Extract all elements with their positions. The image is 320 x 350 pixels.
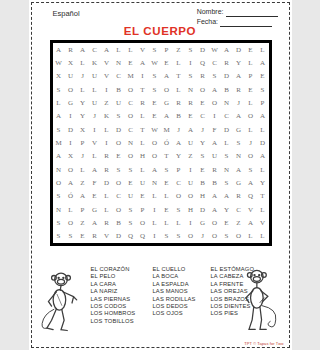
grid-cell: L [245,123,257,136]
grid-cell: L [221,136,233,149]
grid-cell: A [89,216,101,229]
grid-cell: J [233,96,245,109]
grid-cell: P [257,96,269,109]
grid-cell: S [53,216,65,229]
grid-cell: O [185,230,197,243]
grid-cell: E [257,70,269,83]
grid-cell: A [53,43,65,56]
grid-cell: G [233,123,245,136]
grid-cell: L [101,190,113,203]
word-search-grid: ARACALLVSPZSDWADELWXLKVNEAWELIQCRYLAXUJU… [53,43,269,243]
grid-cell: L [77,163,89,176]
grid-cell: G [161,96,173,109]
grid-cell: X [53,70,65,83]
grid-cell: E [245,43,257,56]
word-list-item: EL CUELLO [153,266,196,273]
grid-cell: B [197,176,209,189]
grid-cell: L [173,56,185,69]
grid-cell: D [197,203,209,216]
grid-cell: Ó [161,136,173,149]
word-list-item: LOS TOBILLOS [91,318,136,325]
grid-cell: O [173,190,185,203]
grid-cell: B [113,216,125,229]
grid-cell: I [65,136,77,149]
grid-cell: R [185,96,197,109]
grid-cell: U [89,70,101,83]
word-list-item: LA NARIZ [91,288,136,295]
grid-cell: N [221,163,233,176]
grid-cell: P [173,163,185,176]
grid-cell: A [209,203,221,216]
grid-cell: C [221,110,233,123]
grid-cell: T [137,83,149,96]
grid-cell: Q [137,230,149,243]
grid-cell: B [113,83,125,96]
grid-cell: Y [77,96,89,109]
grid-cell: I [101,83,113,96]
grid-cell: C [125,96,137,109]
grid-cell: M [53,136,65,149]
grid-cell: D [113,230,125,243]
grid-cell: S [221,176,233,189]
word-list-item: LA BOCA [153,273,196,280]
grid-cell: F [89,176,101,189]
grid-cell: A [149,163,161,176]
grid-cell: P [77,203,89,216]
grid-cell: N [185,83,197,96]
grid-cell: E [197,163,209,176]
grid-cell: Z [233,216,245,229]
grid-cell: G [65,96,77,109]
grid-cell: Ó [65,190,77,203]
grid-cell: H [197,190,209,203]
grid-cell: S [161,163,173,176]
grid-cell: Z [185,150,197,163]
grid-cell: P [77,136,89,149]
grid-cell: O [113,203,125,216]
word-list-item: LAS RODILLAS [153,296,196,303]
grid-cell: L [245,56,257,69]
grid-cell: A [245,216,257,229]
grid-cell: U [89,96,101,109]
grid-cell: O [197,83,209,96]
grid-cell: L [257,43,269,56]
grid-cell: A [77,43,89,56]
grid-cell: O [125,83,137,96]
grid-cell: I [101,136,113,149]
grid-cell: A [209,83,221,96]
grid-cell: O [65,216,77,229]
monkey-right-illustration [236,268,284,334]
grid-cell: R [137,96,149,109]
word-list-column-2: EL CUELLOLA BOCALA ESPALDALAS MANOSLAS R… [153,266,196,318]
grid-cell: C [197,110,209,123]
grid-cell: D [65,123,77,136]
grid-cell: V [101,70,113,83]
grid-cell: E [221,216,233,229]
grid-cell: O [149,136,161,149]
word-list-item: EL CORAZÓN [91,266,136,273]
student-info-block: Nombre: Fecha: [197,7,278,27]
grid-cell: S [65,230,77,243]
grid-cell: I [149,203,161,216]
grid-cell: K [101,110,113,123]
grid-cell: O [161,83,173,96]
puzzle-title: EL CUERPO [29,25,292,37]
grid-cell: L [53,96,65,109]
grid-cell: L [149,216,161,229]
grid-cell: J [173,123,185,136]
grid-cell: L [173,216,185,229]
grid-cell: L [137,110,149,123]
word-list-item: LAS PIERNAS [91,296,136,303]
grid-cell: O [65,83,77,96]
grid-cell: J [89,110,101,123]
grid-cell: H [185,203,197,216]
grid-cell: V [245,203,257,216]
grid-cell: R [89,230,101,243]
grid-cell: N [233,150,245,163]
grid-cell: P [137,203,149,216]
grid-cell: L [77,83,89,96]
grid-cell: L [113,43,125,56]
grid-cell: K [89,56,101,69]
grid-cell: L [245,96,257,109]
grid-cell: S [149,83,161,96]
grid-cell: O [113,176,125,189]
grid-cell: D [257,136,269,149]
grid-cell: L [101,123,113,136]
worksheet-page: Español Nombre: Fecha: EL CUERPO ARACALL… [29,0,292,350]
grid-cell: A [209,190,221,203]
grid-cell: Y [173,150,185,163]
grid-cell: R [173,96,185,109]
grid-cell: G [89,203,101,216]
grid-cell: E [197,96,209,109]
grid-cell: U [125,190,137,203]
grid-cell: Q [125,230,137,243]
grid-cell: W [209,43,221,56]
grid-cell: L [161,216,173,229]
grid-cell: S [161,230,173,243]
grid-cell: C [89,43,101,56]
word-list-item: LOS HOMBROS [91,310,136,317]
grid-cell: E [185,110,197,123]
grid-cell: F [209,123,221,136]
grid-cell: A [77,190,89,203]
grid-cell: A [161,110,173,123]
grid-cell: B [173,110,185,123]
grid-cell: E [137,190,149,203]
grid-cell: A [173,136,185,149]
grid-cell: N [149,176,161,189]
grid-cell: Q [197,56,209,69]
grid-cell: O [125,110,137,123]
grid-cell: U [185,176,197,189]
grid-cell: N [221,96,233,109]
grid-cell: E [245,83,257,96]
grid-cell: Y [257,176,269,189]
grid-cell: R [233,190,245,203]
grid-cell: O [185,190,197,203]
grid-cell: A [257,150,269,163]
grid-cell: R [101,216,113,229]
grid-cell: O [137,216,149,229]
grid-cell: I [149,230,161,243]
name-label: Nombre: [197,8,224,15]
grid-cell: V [137,43,149,56]
grid-cell: E [161,203,173,216]
grid-cell: D [101,176,113,189]
grid-cell: L [257,163,269,176]
grid-cell: V [89,136,101,149]
word-list-item: LOS DEDOS [153,303,196,310]
grid-cell: Z [101,96,113,109]
grid-cell: V [101,56,113,69]
grid-cell: R [197,70,209,83]
grid-cell: N [53,203,65,216]
grid-cell: A [101,43,113,56]
grid-cell: S [257,83,269,96]
grid-cell: S [125,216,137,229]
grid-cell: L [77,56,89,69]
grid-cell: S [53,190,65,203]
grid-cell: S [245,163,257,176]
grid-cell: J [197,230,209,243]
grid-cell: R [101,150,113,163]
subject-label: Español [53,9,80,18]
grid-cell: U [113,96,125,109]
grid-cell: S [221,150,233,163]
word-list-item: LOS CODOS [91,303,136,310]
grid-cell: S [53,230,65,243]
grid-cell: C [113,190,125,203]
grid-cell: O [209,216,221,229]
grid-cell: S [185,70,197,83]
grid-cell: J [77,150,89,163]
grid-cell: A [221,190,233,203]
grid-cell: L [125,43,137,56]
grid-cell: A [233,110,245,123]
grid-cell: A [233,70,245,83]
word-list-item: LA ESPALDA [153,281,196,288]
grid-cell: U [209,150,221,163]
grid-cell: X [77,123,89,136]
grid-cell: E [125,176,137,189]
grid-cell: I [185,56,197,69]
grid-cell: S [149,70,161,83]
grid-cell: D [197,43,209,56]
grid-cell: A [209,136,221,149]
grid-cell: T [173,70,185,83]
grid-cell: I [209,110,221,123]
grid-cell: A [89,163,101,176]
grid-cell: H [137,150,149,163]
grid-cell: O [113,136,125,149]
grid-cell: L [89,83,101,96]
grid-cell: O [125,150,137,163]
grid-cell: S [233,136,245,149]
grid-cell: P [161,43,173,56]
grid-cell: W [53,56,65,69]
grid-cell: G [233,176,245,189]
grid-cell: S [209,70,221,83]
grid-cell: S [113,110,125,123]
grid-cell: C [113,70,125,83]
grid-cell: R [221,56,233,69]
grid-cell: J [77,70,89,83]
name-blank-line [226,9,278,17]
grid-cell: O [209,96,221,109]
grid-cell: N [53,163,65,176]
grid-cell: A [221,43,233,56]
grid-cell: V [257,216,269,229]
grid-cell: A [137,56,149,69]
grid-cell: O [245,150,257,163]
grid-cell: O [65,163,77,176]
grid-cell: E [149,110,161,123]
grid-cell: Z [173,43,185,56]
grid-cell: Y [233,56,245,69]
grid-cell: Z [77,216,89,229]
grid-cell: B [221,83,233,96]
grid-cell: Z [77,176,89,189]
grid-cell: C [209,56,221,69]
grid-cell: A [185,123,197,136]
grid-cell: I [185,216,197,229]
grid-cell: O [245,110,257,123]
grid-cell: R [233,83,245,96]
grid-cell: L [89,150,101,163]
grid-cell: N [125,136,137,149]
grid-cell: L [137,163,149,176]
grid-cell: C [125,123,137,136]
grid-cell: S [197,150,209,163]
grid-cell: U [185,136,197,149]
grid-cell: Y [197,136,209,149]
grid-cell: S [173,230,185,243]
grid-cell: O [233,230,245,243]
grid-cell: Y [77,110,89,123]
grid-cell: E [161,56,173,69]
grid-cell: M [161,123,173,136]
word-list-item: LAS MANOS [153,288,196,295]
grid-cell: M [125,70,137,83]
grid-cell: W [149,56,161,69]
grid-cell: L [257,203,269,216]
grid-cell: I [65,110,77,123]
grid-cell: E [113,150,125,163]
word-list-item: LOS OJOS [153,310,196,317]
grid-cell: A [65,176,77,189]
grid-cell: Q [245,190,257,203]
grid-cell: R [65,43,77,56]
grid-cell: A [53,110,65,123]
grid-cell: E [161,176,173,189]
grid-cell: L [173,83,185,96]
grid-cell: L [101,203,113,216]
grid-cell: A [245,176,257,189]
grid-cell: S [125,203,137,216]
word-list-item: EL PELO [91,273,136,280]
grid-cell: U [65,70,77,83]
word-search-frame: ARACALLVSPZSDWADELWXLKVNEAWELIQCRYLAXUJU… [50,40,272,246]
grid-cell: N [113,56,125,69]
grid-cell: D [113,123,125,136]
grid-cell: X [65,150,77,163]
grid-cell: S [149,43,161,56]
grid-cell: Y [221,203,233,216]
grid-cell: A [257,110,269,123]
grid-cell: S [53,83,65,96]
grid-cell: I [89,123,101,136]
grid-cell: O [53,176,65,189]
grid-cell: J [197,123,209,136]
copyright-credit: TPT © Tapas for Two [244,341,283,346]
grid-cell: S [113,163,125,176]
grid-cell: S [221,230,233,243]
grid-cell: T [161,150,173,163]
word-list-item: LA CARA [91,281,136,288]
grid-cell: B [209,176,221,189]
grid-cell: X [65,56,77,69]
grid-cell: O [209,230,221,243]
grid-cell: I [185,163,197,176]
grid-cell: A [161,70,173,83]
grid-cell: L [161,190,173,203]
grid-cell: A [53,150,65,163]
grid-cell: G [197,216,209,229]
grid-cell: O [149,150,161,163]
grid-cell: L [257,123,269,136]
grid-cell: A [233,163,245,176]
grid-cell: W [149,123,161,136]
grid-cell: E [125,56,137,69]
grid-cell: L [149,190,161,203]
grid-cell: C [233,203,245,216]
grid-cell: E [77,230,89,243]
grid-cell: D [221,70,233,83]
grid-cell: D [233,43,245,56]
grid-cell: S [125,163,137,176]
grid-cell: D [221,123,233,136]
grid-cell: R [209,163,221,176]
monkey-left-illustration [37,270,85,336]
grid-cell: L [65,203,77,216]
grid-cell: T [257,190,269,203]
date-label: Fecha: [197,18,218,25]
grid-cell: S [173,203,185,216]
grid-cell: R [101,163,113,176]
grid-cell: I [137,70,149,83]
grid-cell: P [245,70,257,83]
grid-cell: E [89,190,101,203]
grid-cell: J [245,136,257,149]
grid-cell: U [137,176,149,189]
word-list-column-1: EL CORAZÓNEL PELOLA CARALA NARIZLAS PIER… [91,266,136,325]
grid-cell: V [101,230,113,243]
grid-cell: L [257,230,269,243]
grid-cell: S [53,123,65,136]
grid-cell: L [137,136,149,149]
grid-cell: C [173,176,185,189]
grid-cell: A [257,56,269,69]
grid-cell: L [245,230,257,243]
grid-cell: E [149,96,161,109]
grid-cell: S [185,43,197,56]
grid-cell: T [137,123,149,136]
